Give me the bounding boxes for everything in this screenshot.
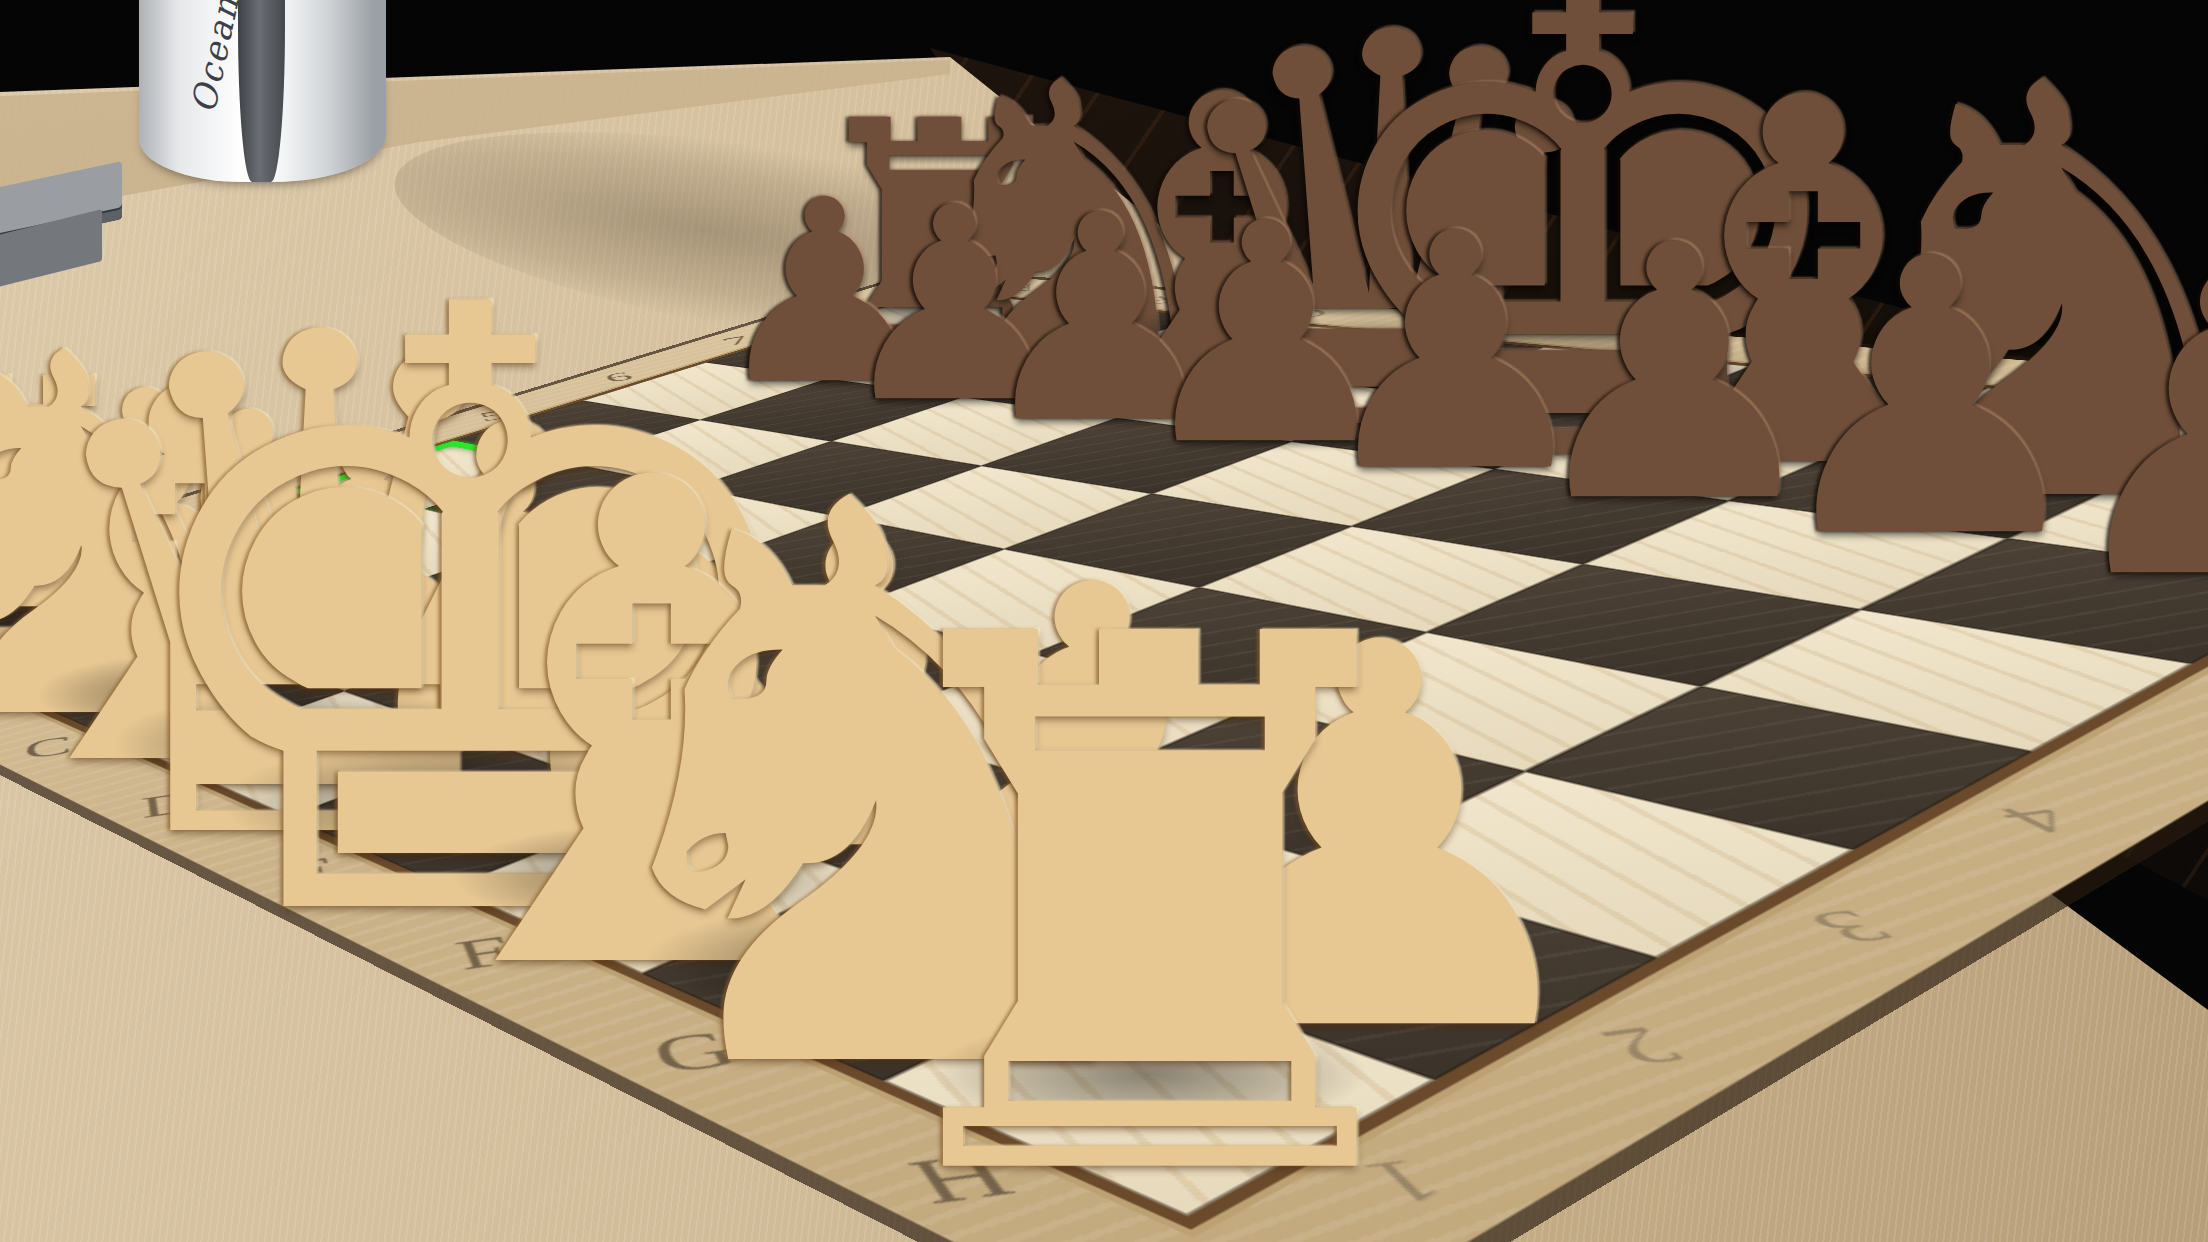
rank-label-right-3: 3 [1748, 893, 1964, 962]
piece-black-pawn-h7[interactable]: ♟ [2026, 221, 2208, 636]
rank-label-right-4: 4 [1936, 790, 2149, 851]
piece-white-rook-h1[interactable]: ♜ [783, 544, 1518, 1242]
chess-app-screen: Ocean AABBCCDDEEFFGGHH12345678 ♜♞♝♛♚♝♞♜♟… [0, 0, 2208, 1242]
